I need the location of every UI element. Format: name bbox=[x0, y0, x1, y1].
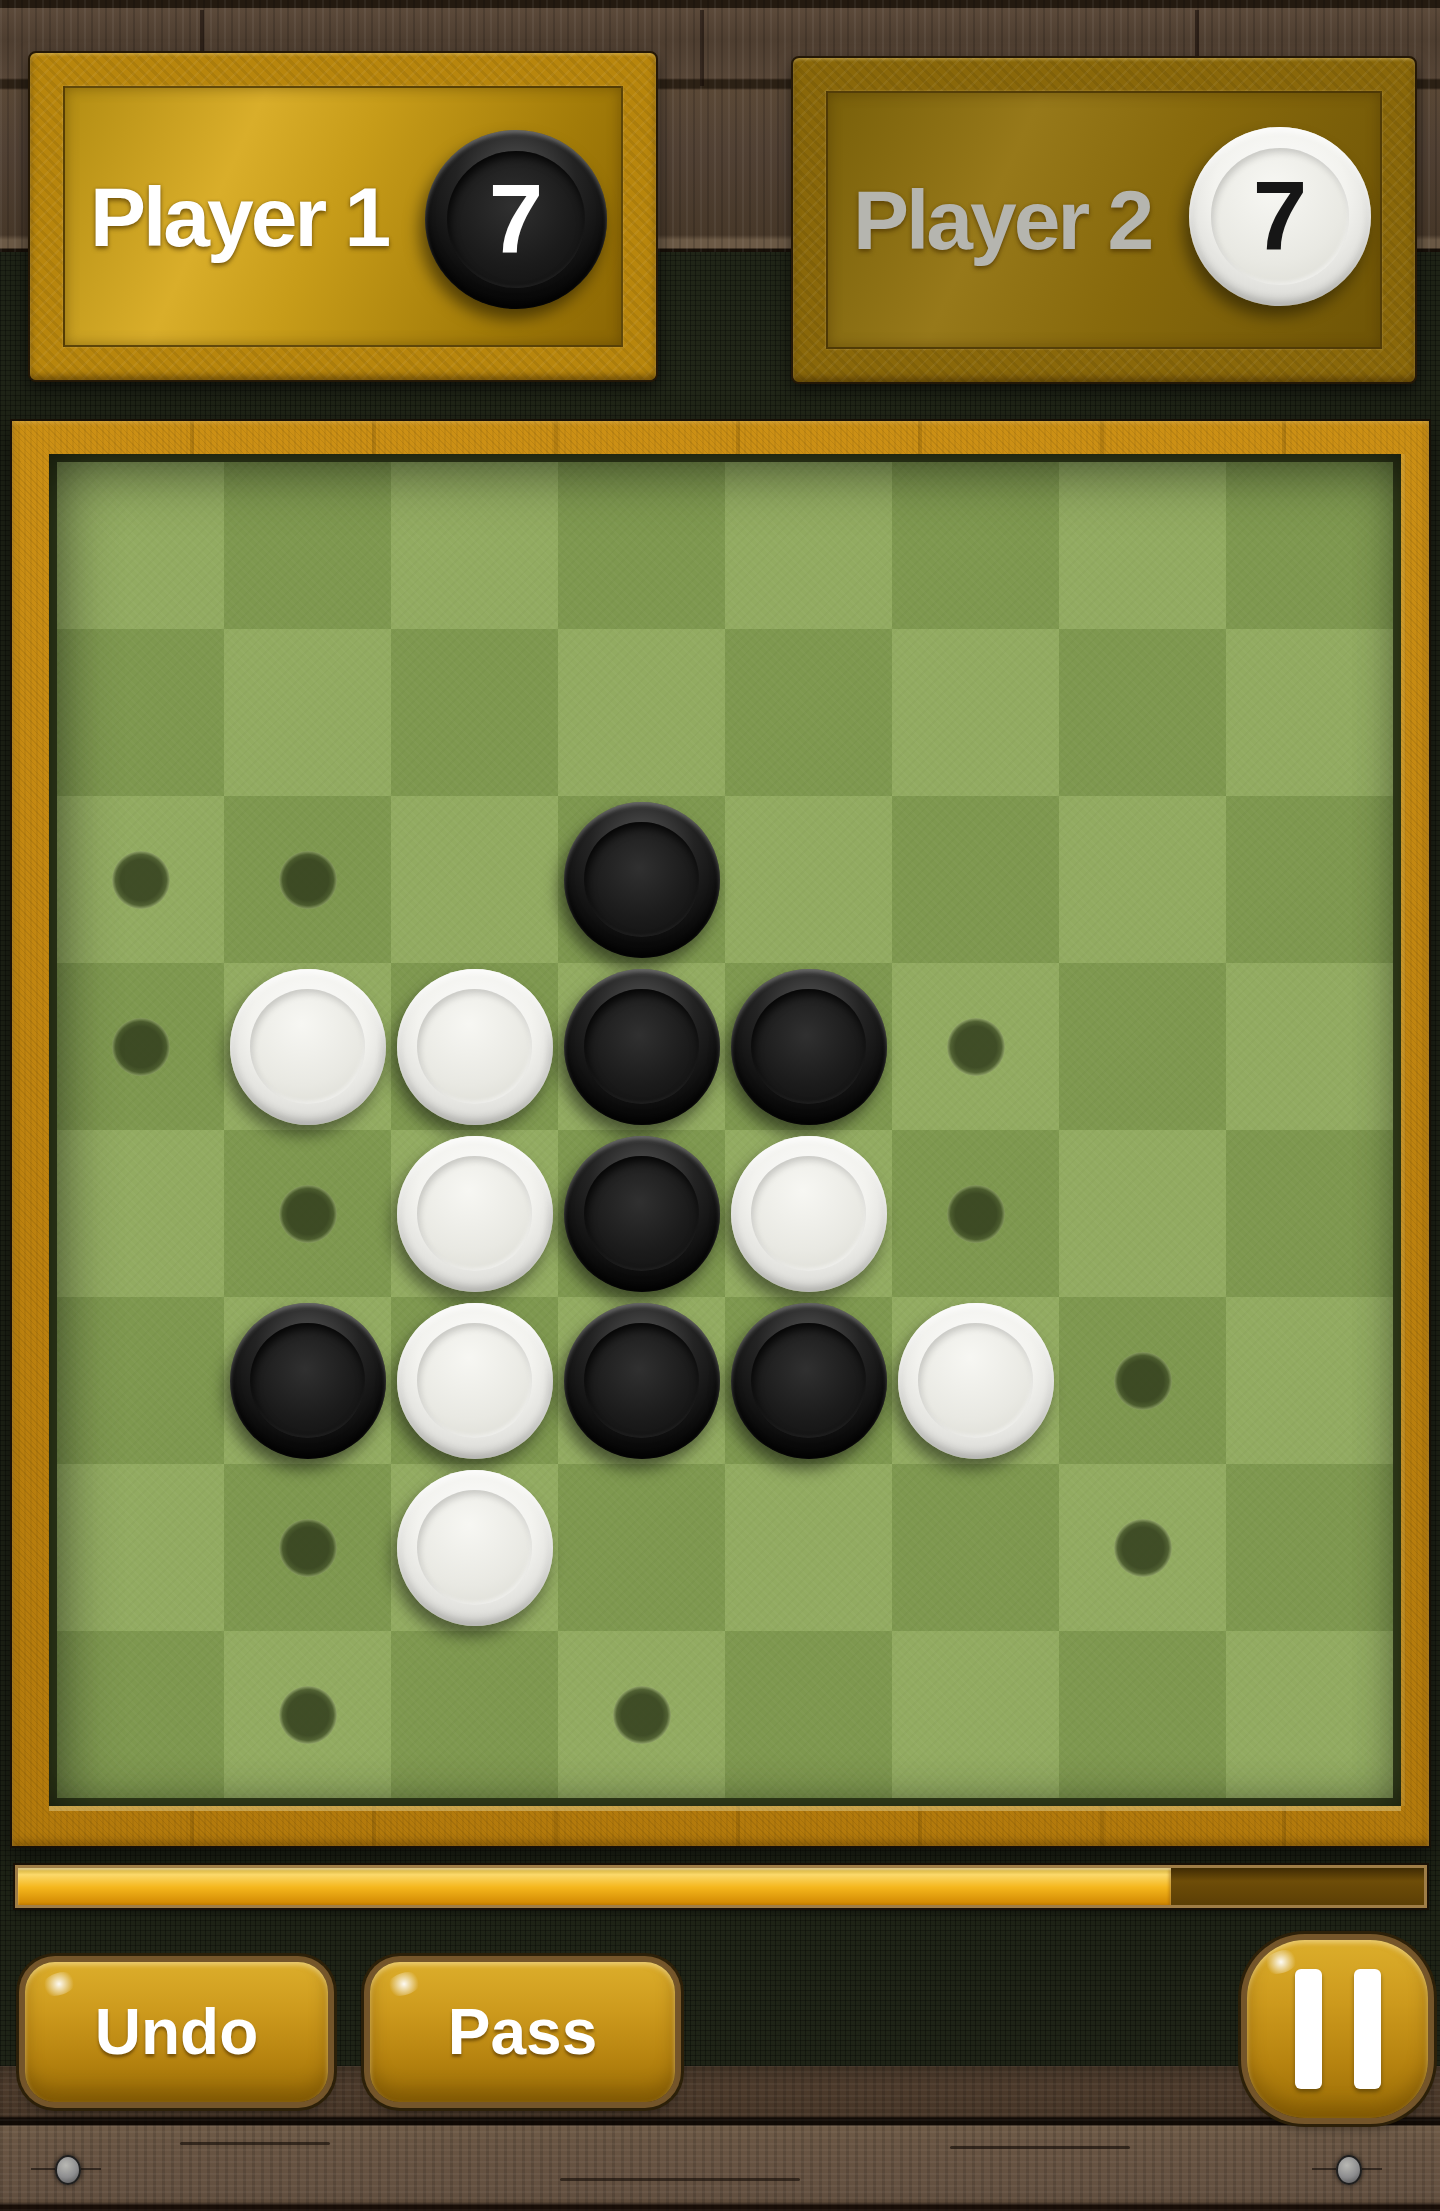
black-disc bbox=[731, 969, 887, 1125]
board-cell-e7[interactable] bbox=[725, 1464, 892, 1631]
white-disc bbox=[397, 1136, 553, 1292]
board-cell-h2[interactable] bbox=[1226, 629, 1393, 796]
white-disc-face bbox=[417, 989, 532, 1104]
board-cell-c3[interactable] bbox=[391, 796, 558, 963]
board-cell-g6[interactable] bbox=[1059, 1297, 1226, 1464]
move-hint-dot bbox=[279, 851, 337, 909]
board-cell-b8[interactable] bbox=[224, 1631, 391, 1798]
board-cell-c7[interactable] bbox=[391, 1464, 558, 1631]
pause-icon bbox=[1354, 1969, 1381, 2089]
board-cell-a7[interactable] bbox=[57, 1464, 224, 1631]
move-hint-dot bbox=[279, 1686, 337, 1744]
white-disc bbox=[230, 969, 386, 1125]
white-disc-face bbox=[250, 989, 365, 1104]
black-disc bbox=[230, 1303, 386, 1459]
move-hint-dot bbox=[112, 1018, 170, 1076]
board-cell-f6[interactable] bbox=[892, 1297, 1059, 1464]
player2-score: 7 bbox=[1253, 160, 1308, 273]
white-disc-face bbox=[417, 1490, 532, 1605]
board-cell-a2[interactable] bbox=[57, 629, 224, 796]
board-cell-c1[interactable] bbox=[391, 462, 558, 629]
black-disc-face bbox=[584, 1323, 699, 1438]
othello-board bbox=[10, 419, 1431, 1848]
board-cell-a1[interactable] bbox=[57, 462, 224, 629]
board-cell-d4[interactable] bbox=[558, 963, 725, 1130]
screw-icon bbox=[55, 2155, 81, 2185]
board-cell-f5[interactable] bbox=[892, 1130, 1059, 1297]
black-disc bbox=[564, 1303, 720, 1459]
board-cell-e6[interactable] bbox=[725, 1297, 892, 1464]
black-disc-face bbox=[751, 1323, 866, 1438]
board-cell-e5[interactable] bbox=[725, 1130, 892, 1297]
board-cell-a3[interactable] bbox=[57, 796, 224, 963]
player2-score-disc: 7 bbox=[1189, 127, 1371, 306]
board-cell-b3[interactable] bbox=[224, 796, 391, 963]
board-cell-d5[interactable] bbox=[558, 1130, 725, 1297]
board-cell-g8[interactable] bbox=[1059, 1631, 1226, 1798]
board-cell-b2[interactable] bbox=[224, 629, 391, 796]
black-disc-face bbox=[751, 989, 866, 1104]
board-cell-c4[interactable] bbox=[391, 963, 558, 1130]
board-cell-d6[interactable] bbox=[558, 1297, 725, 1464]
black-disc bbox=[564, 802, 720, 958]
board-cell-b6[interactable] bbox=[224, 1297, 391, 1464]
black-disc-face bbox=[250, 1323, 365, 1438]
board-cell-a8[interactable] bbox=[57, 1631, 224, 1798]
move-hint-dot bbox=[1114, 1519, 1172, 1577]
board-cell-e1[interactable] bbox=[725, 462, 892, 629]
board-cell-d8[interactable] bbox=[558, 1631, 725, 1798]
turn-timer-bar bbox=[15, 1865, 1427, 1908]
board-cell-h5[interactable] bbox=[1226, 1130, 1393, 1297]
white-disc-face bbox=[751, 1156, 866, 1271]
board-cell-a5[interactable] bbox=[57, 1130, 224, 1297]
board-cell-b1[interactable] bbox=[224, 462, 391, 629]
board-cell-f4[interactable] bbox=[892, 963, 1059, 1130]
board-cell-c5[interactable] bbox=[391, 1130, 558, 1297]
wood-seam bbox=[700, 10, 704, 86]
pause-icon bbox=[1295, 1969, 1322, 2089]
white-disc bbox=[898, 1303, 1054, 1459]
move-hint-dot bbox=[947, 1018, 1005, 1076]
board-cell-f1[interactable] bbox=[892, 462, 1059, 629]
board-cell-b7[interactable] bbox=[224, 1464, 391, 1631]
game-screen: Player 1 7 Player 2 7 Undo Pass bbox=[0, 0, 1440, 2211]
move-hint-dot bbox=[279, 1519, 337, 1577]
progress-fill bbox=[18, 1868, 1171, 1905]
black-disc bbox=[564, 1136, 720, 1292]
board-cell-h6[interactable] bbox=[1226, 1297, 1393, 1464]
player1-name: Player 1 bbox=[90, 168, 388, 265]
board-cell-d2[interactable] bbox=[558, 629, 725, 796]
board-cell-f3[interactable] bbox=[892, 796, 1059, 963]
white-disc-face bbox=[417, 1323, 532, 1438]
player1-score: 7 bbox=[489, 163, 544, 276]
white-disc-face bbox=[417, 1156, 532, 1271]
wood-crack bbox=[950, 2146, 1130, 2149]
board-cell-g7[interactable] bbox=[1059, 1464, 1226, 1631]
pause-button[interactable] bbox=[1247, 1940, 1428, 2118]
move-hint-dot bbox=[112, 851, 170, 909]
move-hint-dot bbox=[613, 1686, 671, 1744]
white-disc bbox=[731, 1136, 887, 1292]
move-hint-dot bbox=[279, 1185, 337, 1243]
board-cell-h3[interactable] bbox=[1226, 796, 1393, 963]
board-cell-d7[interactable] bbox=[558, 1464, 725, 1631]
player2-name: Player 2 bbox=[853, 172, 1151, 269]
board-cell-b5[interactable] bbox=[224, 1130, 391, 1297]
board-cell-f8[interactable] bbox=[892, 1631, 1059, 1798]
black-disc bbox=[731, 1303, 887, 1459]
board-cell-c8[interactable] bbox=[391, 1631, 558, 1798]
board-cell-f2[interactable] bbox=[892, 629, 1059, 796]
white-disc bbox=[397, 1303, 553, 1459]
move-hint-dot bbox=[947, 1185, 1005, 1243]
board-cell-b4[interactable] bbox=[224, 963, 391, 1130]
board-cell-g4[interactable] bbox=[1059, 963, 1226, 1130]
board-cell-d3[interactable] bbox=[558, 796, 725, 963]
board-cell-e8[interactable] bbox=[725, 1631, 892, 1798]
player2-panel: Player 2 7 bbox=[791, 56, 1417, 384]
board-cell-c2[interactable] bbox=[391, 629, 558, 796]
black-disc-face bbox=[584, 989, 699, 1104]
board-cell-e3[interactable] bbox=[725, 796, 892, 963]
white-disc bbox=[397, 969, 553, 1125]
board-cell-d1[interactable] bbox=[558, 462, 725, 629]
black-disc-face bbox=[584, 822, 699, 937]
board-cell-h8[interactable] bbox=[1226, 1631, 1393, 1798]
board-cell-a6[interactable] bbox=[57, 1297, 224, 1464]
pass-button[interactable]: Pass bbox=[370, 1962, 675, 2102]
board-cell-f7[interactable] bbox=[892, 1464, 1059, 1631]
wood-crack bbox=[560, 2178, 800, 2181]
board-cell-a4[interactable] bbox=[57, 963, 224, 1130]
board-grid bbox=[49, 454, 1401, 1806]
undo-button[interactable]: Undo bbox=[25, 1962, 328, 2102]
board-cell-g3[interactable] bbox=[1059, 796, 1226, 963]
black-disc bbox=[564, 969, 720, 1125]
move-hint-dot bbox=[1114, 1352, 1172, 1410]
board-cell-h1[interactable] bbox=[1226, 462, 1393, 629]
black-disc-face bbox=[584, 1156, 699, 1271]
white-disc bbox=[397, 1470, 553, 1626]
board-cell-g2[interactable] bbox=[1059, 629, 1226, 796]
player1-panel: Player 1 7 bbox=[28, 51, 658, 382]
board-cell-g1[interactable] bbox=[1059, 462, 1226, 629]
board-cell-h7[interactable] bbox=[1226, 1464, 1393, 1631]
player1-score-disc: 7 bbox=[425, 130, 607, 309]
board-cell-g5[interactable] bbox=[1059, 1130, 1226, 1297]
wood-crack bbox=[180, 2142, 330, 2145]
board-cell-h4[interactable] bbox=[1226, 963, 1393, 1130]
board-cell-e4[interactable] bbox=[725, 963, 892, 1130]
board-cell-e2[interactable] bbox=[725, 629, 892, 796]
screw-icon bbox=[1336, 2155, 1362, 2185]
board-cell-c6[interactable] bbox=[391, 1297, 558, 1464]
white-disc-face bbox=[918, 1323, 1033, 1438]
